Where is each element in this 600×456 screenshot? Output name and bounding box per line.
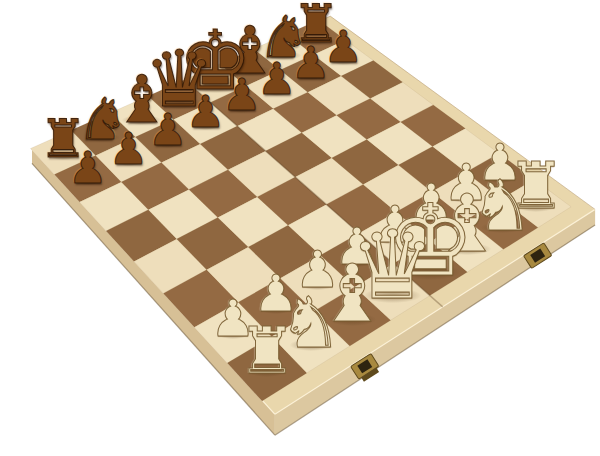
pawn-glyph: ♟ bbox=[148, 108, 188, 152]
piece-black-pawn-a7[interactable]: ♟ bbox=[64, 146, 113, 190]
rook-glyph: ♜ bbox=[238, 319, 296, 383]
chess-set-photo: ♜♞♝♛♚♝♞♜♟♟♟♟♟♟♟♟♟♟♟♟♟♟♟♟♜♞♝♛♚♝♞♜ bbox=[0, 0, 600, 456]
piece-white-rook-a1[interactable]: ♜ bbox=[232, 319, 303, 383]
pawn-glyph: ♟ bbox=[68, 146, 108, 190]
pawn-glyph: ♟ bbox=[109, 127, 149, 171]
